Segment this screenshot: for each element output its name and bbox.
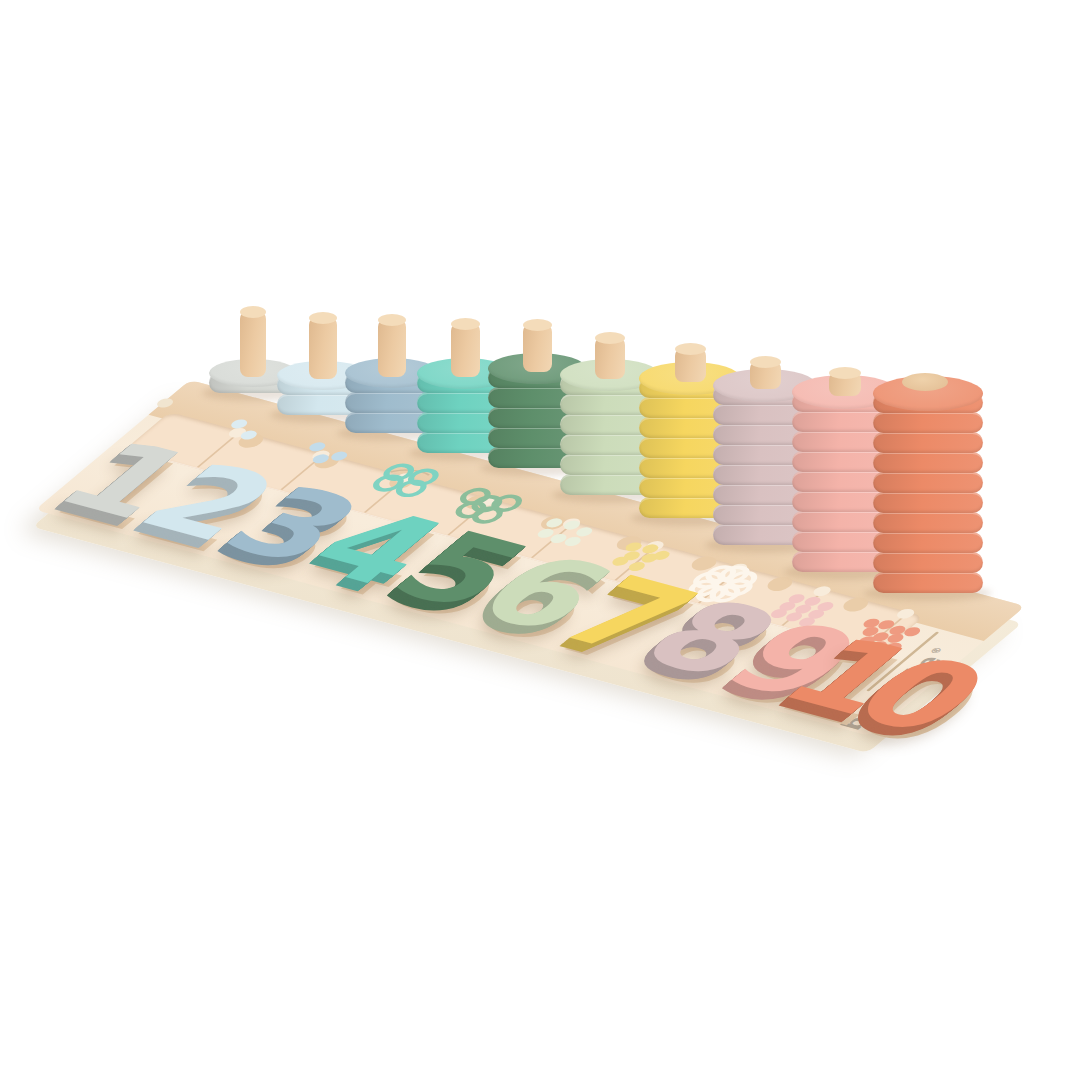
peg-top [595, 332, 625, 344]
stack-10-ring-6[interactable] [873, 472, 983, 493]
stack-10-ring-9[interactable] [873, 412, 983, 433]
stack-10-ring-7[interactable] [873, 452, 983, 473]
wooden-peg-2[interactable] [309, 317, 337, 379]
wooden-peg-1[interactable] [240, 311, 266, 377]
stack-10-ring-3[interactable] [873, 532, 983, 553]
stack-10-ring-4[interactable] [873, 512, 983, 533]
peg-top [378, 314, 406, 326]
wooden-peg-4[interactable] [451, 323, 480, 377]
stack-10-ring-8[interactable] [873, 432, 983, 453]
peg-top [451, 318, 480, 330]
peg-top [675, 343, 706, 355]
peg-top-flush [902, 373, 948, 391]
wooden-peg-3[interactable] [378, 319, 406, 377]
stack-10-ring-2[interactable] [873, 552, 983, 573]
peg-top [309, 312, 337, 324]
stack-10-ring-5[interactable] [873, 492, 983, 513]
peg-stack-10[interactable] [873, 333, 983, 593]
ring-stacks-layer [0, 0, 1080, 1080]
stack-10-ring-1[interactable] [873, 572, 983, 593]
peg-top [829, 367, 861, 379]
peg-top [750, 356, 781, 368]
peg-top [240, 306, 266, 318]
peg-top [523, 319, 552, 331]
wooden-peg-5[interactable] [523, 324, 552, 372]
product-photo: bubble® 1122334455667788991010 [0, 0, 1080, 1080]
